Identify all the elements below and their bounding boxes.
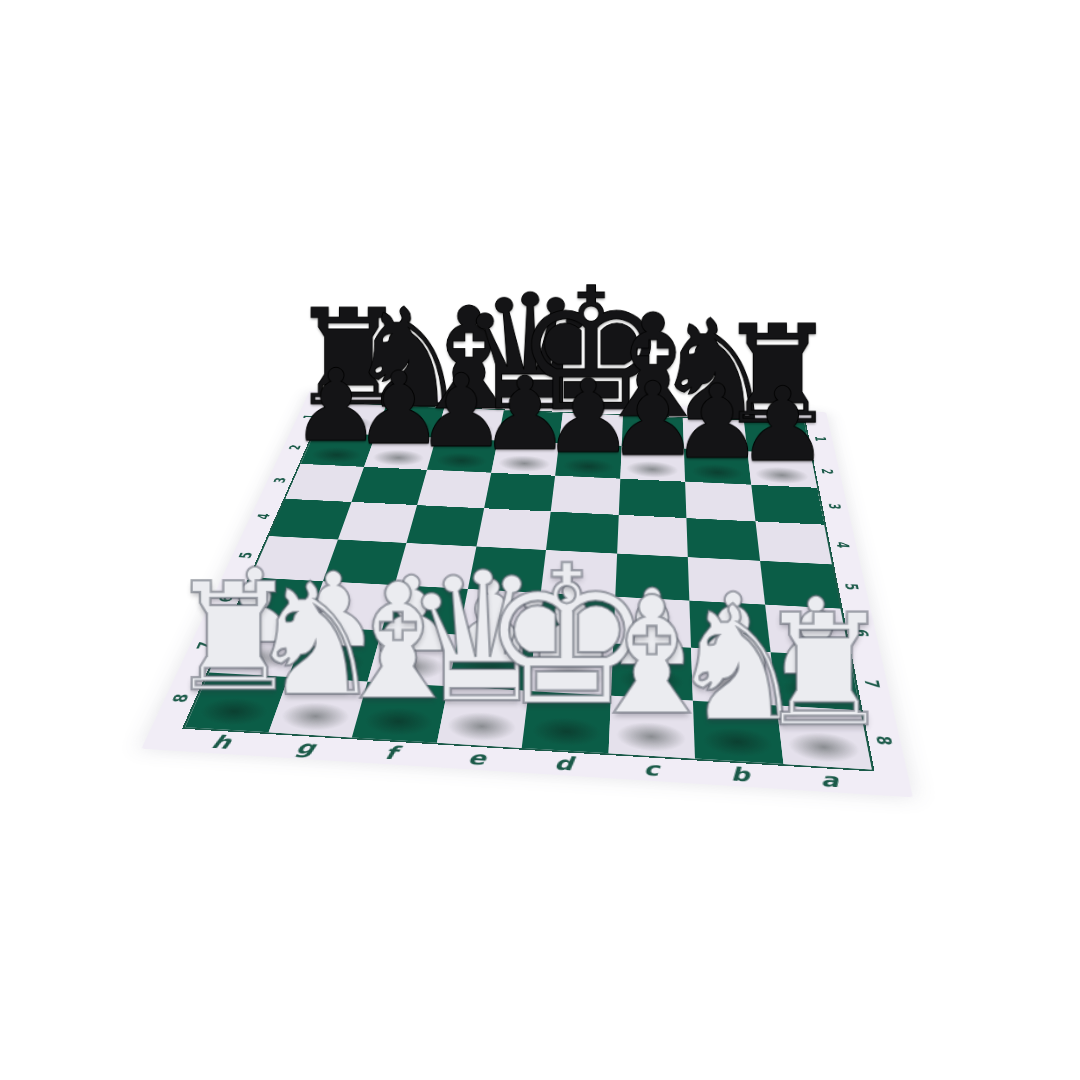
square-a8: ♜ bbox=[776, 705, 872, 769]
product-photo-scene: ♜♞♝♛♚♝♞♜♟♟♟♟♟♟♟♟♟♟♟♟♟♟♟♟♜♞♝♛♚♝♞♜ hgfedcb… bbox=[0, 0, 1080, 1080]
file-label-d: d bbox=[519, 751, 608, 777]
rank-label-left-2: 2 bbox=[262, 441, 328, 454]
file-label-g: g bbox=[260, 736, 351, 761]
file-label-c: c bbox=[607, 757, 696, 783]
file-label-b: b bbox=[695, 762, 786, 788]
square-b3 bbox=[685, 482, 755, 521]
square-f3 bbox=[417, 470, 491, 508]
square-d3 bbox=[551, 476, 620, 515]
square-e3 bbox=[484, 473, 555, 512]
rank-label-left-1: 1 bbox=[277, 411, 340, 423]
square-c3 bbox=[618, 479, 686, 518]
file-label-e: e bbox=[432, 746, 522, 772]
piece-white-rook-a8: ♜ bbox=[755, 594, 893, 748]
file-label-a: a bbox=[783, 768, 876, 795]
rank-label-left-3: 3 bbox=[245, 473, 314, 487]
square-b4 bbox=[686, 518, 759, 561]
chess-board-mat: ♜♞♝♛♚♝♞♜♟♟♟♟♟♟♟♟♟♟♟♟♟♟♟♟♜♞♝♛♚♝♞♜ hgfedcb… bbox=[141, 391, 913, 798]
piece-black-pawn-a2: ♟ bbox=[736, 373, 828, 476]
rank-label-left-4: 4 bbox=[227, 509, 299, 524]
file-label-f: f bbox=[345, 741, 435, 766]
square-g3 bbox=[351, 467, 427, 505]
file-label-h: h bbox=[175, 731, 267, 756]
